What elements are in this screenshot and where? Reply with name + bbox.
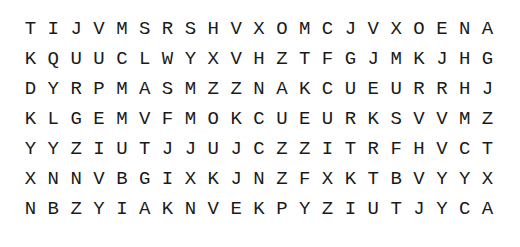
grid-cell[interactable]: Z — [293, 134, 316, 164]
grid-cell[interactable]: L — [42, 104, 65, 134]
grid-cell[interactable]: X — [19, 164, 42, 194]
grid-cell[interactable]: R — [339, 104, 362, 134]
grid-cell[interactable]: T — [362, 164, 385, 194]
grid-cell[interactable]: S — [133, 14, 156, 44]
grid-cell[interactable]: I — [88, 134, 111, 164]
grid-cell[interactable]: Z — [225, 74, 248, 104]
grid-cell[interactable]: Y — [430, 164, 453, 194]
grid-cell[interactable]: A — [476, 14, 499, 44]
grid-cell[interactable]: M — [179, 104, 202, 134]
grid-cell[interactable]: Y — [42, 134, 65, 164]
grid-cell[interactable]: M — [179, 74, 202, 104]
grid-cell[interactable]: K — [408, 44, 431, 74]
grid-cell[interactable]: J — [430, 44, 453, 74]
grid-cell[interactable]: J — [156, 134, 179, 164]
grid-cell[interactable]: N — [19, 194, 42, 224]
grid-cell[interactable]: P — [270, 194, 293, 224]
grid-cell[interactable]: Z — [316, 194, 339, 224]
grid-cell[interactable]: R — [408, 74, 431, 104]
grid-cell[interactable]: V — [362, 14, 385, 44]
grid-cell[interactable]: G — [339, 44, 362, 74]
grid-cell[interactable]: U — [362, 194, 385, 224]
grid-cell[interactable]: T — [293, 44, 316, 74]
grid-cell[interactable]: M — [293, 14, 316, 44]
grid-cell[interactable]: U — [316, 104, 339, 134]
grid-cell[interactable]: X — [179, 164, 202, 194]
grid-cell[interactable]: O — [202, 104, 225, 134]
grid-cell[interactable]: X — [316, 164, 339, 194]
grid-cell[interactable]: S — [385, 104, 408, 134]
grid-cell[interactable]: J — [65, 14, 88, 44]
grid-cell[interactable]: C — [453, 194, 476, 224]
grid-cell[interactable]: P — [88, 74, 111, 104]
grid-cell[interactable]: O — [408, 14, 431, 44]
word-search-grid: TIJVMSRSHVXOMCJVXOENAKQUUCLWYXVHZTFGJMKJ… — [19, 14, 499, 224]
grid-cell[interactable]: I — [42, 14, 65, 44]
grid-cell[interactable]: O — [270, 14, 293, 44]
grid-cell[interactable]: Y — [88, 194, 111, 224]
grid-cell[interactable]: G — [65, 104, 88, 134]
grid-cell[interactable]: K — [156, 194, 179, 224]
grid-cell[interactable]: N — [453, 14, 476, 44]
grid-cell[interactable]: F — [316, 44, 339, 74]
grid-cell[interactable]: T — [339, 134, 362, 164]
grid-cell[interactable]: K — [19, 44, 42, 74]
grid-cell[interactable]: E — [225, 194, 248, 224]
grid-cell[interactable]: X — [385, 14, 408, 44]
grid-cell[interactable]: T — [385, 194, 408, 224]
grid-cell[interactable]: Y — [430, 194, 453, 224]
grid-cell[interactable]: T — [133, 134, 156, 164]
grid-cell[interactable]: U — [270, 104, 293, 134]
grid-cell[interactable]: D — [19, 74, 42, 104]
grid-cell[interactable]: U — [110, 134, 133, 164]
grid-cell[interactable]: V — [133, 104, 156, 134]
grid-cell[interactable]: F — [293, 164, 316, 194]
grid-cell[interactable]: V — [225, 14, 248, 44]
grid-cell[interactable]: Y — [42, 74, 65, 104]
grid-cell[interactable]: A — [476, 194, 499, 224]
grid-cell[interactable]: C — [316, 74, 339, 104]
grid-cell[interactable]: M — [110, 104, 133, 134]
grid-cell[interactable]: X — [476, 164, 499, 194]
grid-cell[interactable]: Y — [179, 44, 202, 74]
grid-cell[interactable]: Z — [65, 194, 88, 224]
grid-cell[interactable]: V — [408, 164, 431, 194]
grid-cell[interactable]: E — [293, 104, 316, 134]
grid-cell[interactable]: C — [453, 134, 476, 164]
grid-cell[interactable]: K — [202, 164, 225, 194]
grid-cell[interactable]: K — [362, 104, 385, 134]
grid-cell[interactable]: Z — [270, 164, 293, 194]
grid-cell[interactable]: C — [248, 104, 271, 134]
grid-cell[interactable]: F — [385, 134, 408, 164]
grid-cell[interactable]: H — [453, 44, 476, 74]
grid-cell[interactable]: U — [339, 74, 362, 104]
grid-cell[interactable]: J — [225, 134, 248, 164]
grid-cell[interactable]: N — [42, 164, 65, 194]
grid-cell[interactable]: Z — [270, 44, 293, 74]
grid-cell[interactable]: Z — [270, 134, 293, 164]
grid-cell[interactable]: K — [248, 194, 271, 224]
grid-cell[interactable]: F — [156, 104, 179, 134]
grid-cell[interactable]: N — [65, 164, 88, 194]
grid-cell[interactable]: U — [202, 134, 225, 164]
grid-cell[interactable]: V — [430, 104, 453, 134]
grid-cell[interactable]: A — [133, 74, 156, 104]
grid-cell[interactable]: Y — [19, 134, 42, 164]
grid-cell[interactable]: V — [408, 104, 431, 134]
grid-cell[interactable]: V — [225, 44, 248, 74]
grid-cell[interactable]: I — [316, 134, 339, 164]
grid-cell[interactable]: T — [19, 14, 42, 44]
grid-cell[interactable]: I — [110, 194, 133, 224]
grid-cell[interactable]: G — [133, 164, 156, 194]
grid-cell[interactable]: Z — [476, 104, 499, 134]
grid-cell[interactable]: G — [476, 44, 499, 74]
grid-cell[interactable]: L — [133, 44, 156, 74]
grid-cell[interactable]: Z — [202, 74, 225, 104]
grid-cell[interactable]: E — [362, 74, 385, 104]
grid-cell[interactable]: S — [156, 74, 179, 104]
grid-cell[interactable]: R — [430, 74, 453, 104]
grid-cell[interactable]: K — [339, 164, 362, 194]
grid-cell[interactable]: I — [339, 194, 362, 224]
grid-cell[interactable]: M — [110, 74, 133, 104]
grid-cell[interactable]: H — [248, 44, 271, 74]
grid-cell[interactable]: C — [248, 134, 271, 164]
grid-cell[interactable]: N — [248, 164, 271, 194]
grid-cell[interactable]: J — [339, 14, 362, 44]
grid-cell[interactable]: U — [88, 44, 111, 74]
grid-cell[interactable]: A — [270, 74, 293, 104]
grid-cell[interactable]: X — [202, 44, 225, 74]
grid-cell[interactable]: T — [476, 134, 499, 164]
grid-cell[interactable]: N — [179, 194, 202, 224]
grid-cell[interactable]: Q — [42, 44, 65, 74]
grid-cell[interactable]: C — [316, 14, 339, 44]
grid-cell[interactable]: M — [385, 44, 408, 74]
grid-cell[interactable]: E — [88, 104, 111, 134]
grid-cell[interactable]: U — [385, 74, 408, 104]
grid-cell[interactable]: X — [248, 14, 271, 44]
grid-cell[interactable]: V — [430, 134, 453, 164]
grid-cell[interactable]: S — [179, 14, 202, 44]
grid-cell[interactable]: I — [156, 164, 179, 194]
grid-cell[interactable]: H — [202, 14, 225, 44]
grid-cell[interactable]: J — [225, 164, 248, 194]
grid-cell[interactable]: V — [88, 164, 111, 194]
grid-cell[interactable]: V — [88, 14, 111, 44]
grid-cell[interactable]: K — [19, 104, 42, 134]
grid-cell[interactable]: K — [293, 74, 316, 104]
grid-cell[interactable]: B — [110, 164, 133, 194]
grid-cell[interactable]: N — [248, 74, 271, 104]
grid-cell[interactable]: Y — [453, 164, 476, 194]
grid-cell[interactable]: Z — [65, 134, 88, 164]
grid-cell[interactable]: V — [202, 194, 225, 224]
grid-cell[interactable]: J — [408, 194, 431, 224]
grid-cell[interactable]: R — [65, 74, 88, 104]
grid-cell[interactable]: A — [133, 194, 156, 224]
grid-cell[interactable]: E — [430, 14, 453, 44]
grid-cell[interactable]: J — [362, 44, 385, 74]
grid-cell[interactable]: H — [408, 134, 431, 164]
grid-cell[interactable]: B — [42, 194, 65, 224]
grid-cell[interactable]: R — [156, 14, 179, 44]
grid-cell[interactable]: M — [453, 104, 476, 134]
grid-cell[interactable]: J — [476, 74, 499, 104]
grid-cell[interactable]: B — [385, 164, 408, 194]
grid-cell[interactable]: K — [225, 104, 248, 134]
grid-cell[interactable]: J — [179, 134, 202, 164]
grid-cell[interactable]: W — [156, 44, 179, 74]
grid-cell[interactable]: U — [65, 44, 88, 74]
grid-cell[interactable]: C — [110, 44, 133, 74]
grid-cell[interactable]: R — [362, 134, 385, 164]
grid-cell[interactable]: Y — [293, 194, 316, 224]
grid-cell[interactable]: H — [453, 74, 476, 104]
grid-cell[interactable]: M — [110, 14, 133, 44]
